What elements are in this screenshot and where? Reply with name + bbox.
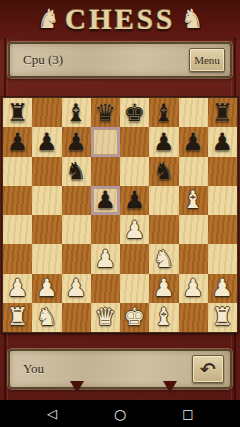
square-h1[interactable]: ♜ — [208, 303, 237, 332]
square-e8[interactable]: ♚ — [120, 98, 149, 127]
square-e5[interactable]: ♟ — [120, 186, 149, 215]
white-pawn[interactable]: ♟ — [7, 276, 29, 300]
square-g8[interactable] — [179, 98, 208, 127]
square-e3[interactable] — [120, 244, 149, 273]
square-h6[interactable] — [208, 157, 237, 186]
white-knight[interactable]: ♞ — [36, 305, 58, 329]
black-pawn[interactable]: ♟ — [153, 130, 175, 154]
player-label: You — [10, 361, 44, 377]
square-b5[interactable] — [32, 186, 61, 215]
black-queen[interactable]: ♛ — [95, 101, 117, 125]
square-d8[interactable]: ♛ — [91, 98, 120, 127]
title-bar: ♞ CHESS ♞ — [0, 0, 240, 38]
square-f1[interactable]: ♝ — [149, 303, 178, 332]
player-bar: You ↶ — [8, 349, 232, 389]
white-queen[interactable]: ♛ — [95, 305, 117, 329]
knight-logo-right-icon: ♞ — [181, 7, 203, 32]
square-g2[interactable]: ♟ — [179, 274, 208, 303]
square-g6[interactable] — [179, 157, 208, 186]
square-h5[interactable] — [208, 186, 237, 215]
square-e1[interactable]: ♚ — [120, 303, 149, 332]
square-g5[interactable]: ♝ — [179, 186, 208, 215]
square-c3[interactable] — [62, 244, 91, 273]
recents-icon[interactable]: □ — [180, 408, 196, 420]
white-rook[interactable]: ♜ — [212, 305, 234, 329]
black-rook[interactable]: ♜ — [7, 101, 29, 125]
white-knight[interactable]: ♞ — [153, 247, 175, 271]
white-king[interactable]: ♚ — [124, 305, 146, 329]
white-pawn[interactable]: ♟ — [65, 276, 87, 300]
undo-button[interactable]: ↶ — [192, 355, 224, 383]
square-a5[interactable] — [3, 186, 32, 215]
white-pawn[interactable]: ♟ — [182, 276, 204, 300]
black-knight[interactable]: ♞ — [153, 159, 175, 183]
square-f4[interactable] — [149, 215, 178, 244]
square-b1[interactable]: ♞ — [32, 303, 61, 332]
black-knight[interactable]: ♞ — [65, 159, 87, 183]
square-h4[interactable] — [208, 215, 237, 244]
square-a8[interactable]: ♜ — [3, 98, 32, 127]
square-e2[interactable] — [120, 274, 149, 303]
black-pawn[interactable]: ♟ — [182, 130, 204, 154]
square-a3[interactable] — [3, 244, 32, 273]
square-a7[interactable]: ♟ — [3, 127, 32, 156]
ribbon-decoration-left — [70, 381, 84, 393]
opponent-bar: Cpu (3) Menu — [8, 42, 232, 78]
menu-button[interactable]: Menu — [189, 48, 225, 72]
black-pawn[interactable]: ♟ — [7, 130, 29, 154]
square-g7[interactable]: ♟ — [179, 127, 208, 156]
white-pawn[interactable]: ♟ — [95, 247, 117, 271]
square-c5[interactable] — [62, 186, 91, 215]
square-b7[interactable]: ♟ — [32, 127, 61, 156]
app-screen: ♞ CHESS ♞ Cpu (3) Menu ♜♝♛♚♝♜♟♟♟♟♟♟♞♞♟♟♝… — [0, 0, 240, 427]
square-f5[interactable] — [149, 186, 178, 215]
square-d2[interactable] — [91, 274, 120, 303]
white-pawn[interactable]: ♟ — [153, 276, 175, 300]
square-d7[interactable] — [91, 127, 120, 156]
square-h3[interactable] — [208, 244, 237, 273]
black-rook[interactable]: ♜ — [212, 101, 234, 125]
black-pawn[interactable]: ♟ — [212, 130, 234, 154]
black-pawn[interactable]: ♟ — [124, 188, 146, 212]
black-bishop[interactable]: ♝ — [65, 101, 87, 125]
black-king[interactable]: ♚ — [124, 101, 146, 125]
square-g1[interactable] — [179, 303, 208, 332]
square-c4[interactable] — [62, 215, 91, 244]
square-d4[interactable] — [91, 215, 120, 244]
app-title: CHESS — [65, 5, 175, 34]
square-b6[interactable] — [32, 157, 61, 186]
white-pawn[interactable]: ♟ — [36, 276, 58, 300]
square-b8[interactable] — [32, 98, 61, 127]
square-h8[interactable]: ♜ — [208, 98, 237, 127]
white-pawn[interactable]: ♟ — [212, 276, 234, 300]
square-d3[interactable]: ♟ — [91, 244, 120, 273]
square-d6[interactable] — [91, 157, 120, 186]
android-navigation-bar: ◁ ○ □ — [0, 400, 240, 427]
square-c7[interactable]: ♟ — [62, 127, 91, 156]
square-b4[interactable] — [32, 215, 61, 244]
square-h7[interactable]: ♟ — [208, 127, 237, 156]
ribbon-decoration-right — [163, 381, 177, 393]
square-c1[interactable] — [62, 303, 91, 332]
white-bishop[interactable]: ♝ — [153, 305, 175, 329]
opponent-label: Cpu (3) — [10, 52, 63, 68]
square-b3[interactable] — [32, 244, 61, 273]
square-g4[interactable] — [179, 215, 208, 244]
white-bishop[interactable]: ♝ — [182, 188, 204, 212]
square-e6[interactable] — [120, 157, 149, 186]
square-h2[interactable]: ♟ — [208, 274, 237, 303]
square-c6[interactable]: ♞ — [62, 157, 91, 186]
black-pawn[interactable]: ♟ — [95, 188, 117, 212]
square-f2[interactable]: ♟ — [149, 274, 178, 303]
chess-board[interactable]: ♜♝♛♚♝♜♟♟♟♟♟♟♞♞♟♟♝♟♟♞♟♟♟♟♟♟♜♞♛♚♝♜ — [2, 97, 238, 333]
square-b2[interactable]: ♟ — [32, 274, 61, 303]
white-pawn[interactable]: ♟ — [124, 218, 146, 242]
square-a6[interactable] — [3, 157, 32, 186]
square-a2[interactable]: ♟ — [3, 274, 32, 303]
square-a1[interactable]: ♜ — [3, 303, 32, 332]
square-e7[interactable] — [120, 127, 149, 156]
white-rook[interactable]: ♜ — [7, 305, 29, 329]
square-f3[interactable]: ♞ — [149, 244, 178, 273]
square-f7[interactable]: ♟ — [149, 127, 178, 156]
square-g3[interactable] — [179, 244, 208, 273]
square-e4[interactable]: ♟ — [120, 215, 149, 244]
knight-logo-left-icon: ♞ — [37, 7, 59, 32]
undo-icon: ↶ — [200, 358, 216, 380]
square-a4[interactable] — [3, 215, 32, 244]
home-icon[interactable]: ○ — [112, 407, 128, 421]
square-d1[interactable]: ♛ — [91, 303, 120, 332]
square-d5[interactable]: ♟ — [91, 186, 120, 215]
square-f8[interactable]: ♝ — [149, 98, 178, 127]
black-pawn[interactable]: ♟ — [36, 130, 58, 154]
black-bishop[interactable]: ♝ — [153, 101, 175, 125]
square-c2[interactable]: ♟ — [62, 274, 91, 303]
back-icon[interactable]: ◁ — [44, 407, 60, 420]
square-c8[interactable]: ♝ — [62, 98, 91, 127]
black-pawn[interactable]: ♟ — [65, 130, 87, 154]
square-f6[interactable]: ♞ — [149, 157, 178, 186]
